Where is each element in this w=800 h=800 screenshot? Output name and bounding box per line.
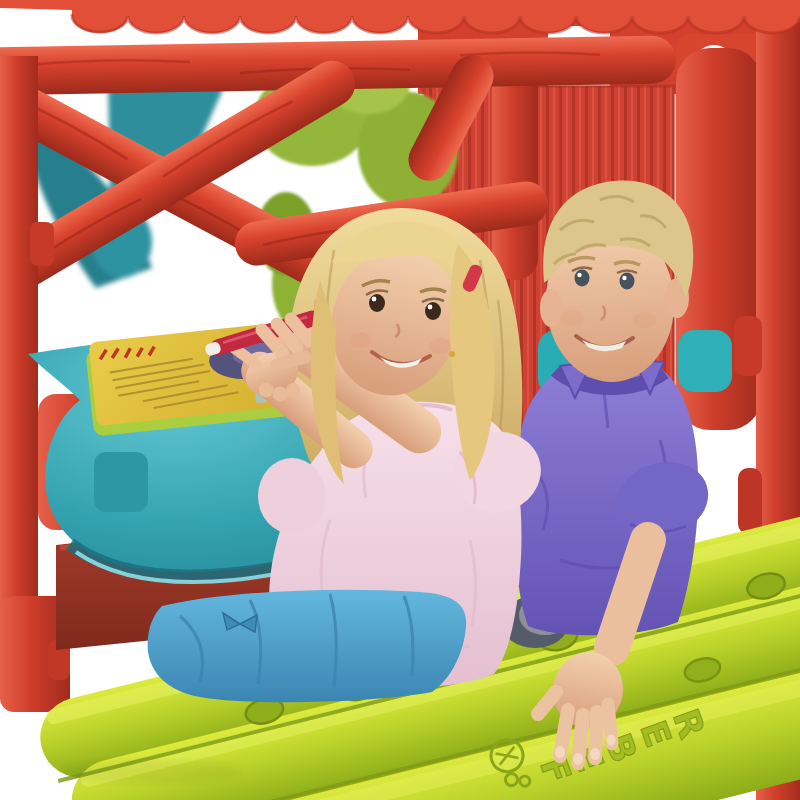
scene: FEBER bbox=[0, 0, 800, 800]
roof bbox=[0, 0, 800, 33]
playhouse-product-photo: FEBER bbox=[0, 0, 800, 800]
table-tongue bbox=[94, 452, 148, 512]
girl-sleeve-left bbox=[258, 458, 326, 534]
right-post-notch bbox=[734, 316, 762, 376]
boy-ear-left bbox=[540, 289, 562, 327]
right-post-notch-2 bbox=[738, 468, 762, 534]
left-post-notch bbox=[30, 222, 54, 266]
soft-shadow bbox=[60, 760, 240, 784]
girl-shorts bbox=[148, 590, 467, 703]
girl-earring bbox=[449, 351, 455, 357]
left-post bbox=[0, 56, 38, 642]
